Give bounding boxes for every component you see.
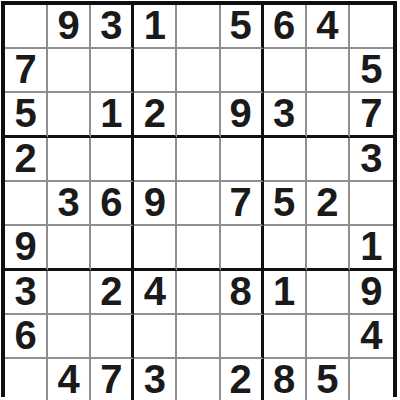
cell-r3c8-empty[interactable]	[307, 93, 350, 138]
cell-r1c6-given: 5	[221, 5, 264, 49]
cell-r8c8-empty[interactable]	[307, 315, 350, 359]
cell-r5c6-given: 7	[221, 182, 264, 226]
cell-r7c2-empty[interactable]	[48, 271, 91, 315]
cell-r3c9-given: 7	[350, 93, 393, 138]
cell-r6c6-empty[interactable]	[221, 226, 264, 271]
cell-r7c7-given: 1	[264, 271, 307, 315]
cell-r2c2-empty[interactable]	[48, 49, 91, 93]
cell-r9c9-empty[interactable]	[350, 359, 393, 400]
cell-r6c9-given: 1	[350, 226, 393, 271]
cell-r4c1-given: 2	[5, 138, 48, 182]
cell-r3c4-given: 2	[134, 93, 177, 138]
cell-r4c9-given: 3	[350, 138, 393, 182]
cell-r4c7-empty[interactable]	[264, 138, 307, 182]
cell-r3c6-given: 9	[221, 93, 264, 138]
cell-r8c6-empty[interactable]	[221, 315, 264, 359]
cell-r4c2-empty[interactable]	[48, 138, 91, 182]
cell-r1c5-empty[interactable]	[177, 5, 220, 49]
cell-r4c8-empty[interactable]	[307, 138, 350, 182]
cell-r7c8-empty[interactable]	[307, 271, 350, 315]
cell-r5c3-given: 6	[91, 182, 134, 226]
cell-r3c2-empty[interactable]	[48, 93, 91, 138]
cell-r2c7-empty[interactable]	[264, 49, 307, 93]
cell-r5c8-given: 2	[307, 182, 350, 226]
cell-r2c1-given: 7	[5, 49, 48, 93]
cell-r9c2-given: 4	[48, 359, 91, 400]
cell-r1c2-given: 9	[48, 5, 91, 49]
cell-r6c5-empty[interactable]	[177, 226, 220, 271]
cell-r1c8-given: 4	[307, 5, 350, 49]
cell-r6c8-empty[interactable]	[307, 226, 350, 271]
cell-r2c6-empty[interactable]	[221, 49, 264, 93]
cell-r3c7-given: 3	[264, 93, 307, 138]
cell-r2c3-empty[interactable]	[91, 49, 134, 93]
cell-r9c4-given: 3	[134, 359, 177, 400]
cell-r2c8-empty[interactable]	[307, 49, 350, 93]
cell-r9c3-given: 7	[91, 359, 134, 400]
cell-r1c7-given: 6	[264, 5, 307, 49]
cell-r5c5-empty[interactable]	[177, 182, 220, 226]
cell-r3c3-given: 1	[91, 93, 134, 138]
cell-r6c4-empty[interactable]	[134, 226, 177, 271]
cell-r8c3-empty[interactable]	[91, 315, 134, 359]
cell-r2c5-empty[interactable]	[177, 49, 220, 93]
cell-r9c8-given: 5	[307, 359, 350, 400]
cell-r9c7-given: 8	[264, 359, 307, 400]
cell-r4c5-empty[interactable]	[177, 138, 220, 182]
cell-r5c4-given: 9	[134, 182, 177, 226]
cell-r9c5-empty[interactable]	[177, 359, 220, 400]
cell-r1c1-empty[interactable]	[5, 5, 48, 49]
cell-r7c3-given: 2	[91, 271, 134, 315]
cell-r4c3-empty[interactable]	[91, 138, 134, 182]
cell-r8c9-given: 4	[350, 315, 393, 359]
cell-r8c1-given: 6	[5, 315, 48, 359]
cell-r7c6-given: 8	[221, 271, 264, 315]
cell-r1c4-given: 1	[134, 5, 177, 49]
cell-r7c9-given: 9	[350, 271, 393, 315]
cell-r8c7-empty[interactable]	[264, 315, 307, 359]
cell-r9c6-given: 2	[221, 359, 264, 400]
cell-r7c4-given: 4	[134, 271, 177, 315]
cell-r4c6-empty[interactable]	[221, 138, 264, 182]
sudoku-board: 93156475512937233697529132481964473285	[1, 1, 397, 397]
cell-r3c5-empty[interactable]	[177, 93, 220, 138]
cell-r7c1-given: 3	[5, 271, 48, 315]
sudoku-puzzle: 93156475512937233697529132481964473285	[0, 1, 400, 400]
cell-r8c2-empty[interactable]	[48, 315, 91, 359]
cell-r6c3-empty[interactable]	[91, 226, 134, 271]
cell-r6c1-given: 9	[5, 226, 48, 271]
cell-r8c5-empty[interactable]	[177, 315, 220, 359]
cell-r4c4-empty[interactable]	[134, 138, 177, 182]
cell-r5c9-empty[interactable]	[350, 182, 393, 226]
cell-r2c4-empty[interactable]	[134, 49, 177, 93]
cell-r8c4-empty[interactable]	[134, 315, 177, 359]
cell-r3c1-given: 5	[5, 93, 48, 138]
cell-r6c2-empty[interactable]	[48, 226, 91, 271]
cell-r1c9-empty[interactable]	[350, 5, 393, 49]
cell-r9c1-empty[interactable]	[5, 359, 48, 400]
cell-r7c5-empty[interactable]	[177, 271, 220, 315]
cell-r2c9-given: 5	[350, 49, 393, 93]
cell-r5c1-empty[interactable]	[5, 182, 48, 226]
cell-r1c3-given: 3	[91, 5, 134, 49]
cell-r5c2-given: 3	[48, 182, 91, 226]
cell-r5c7-given: 5	[264, 182, 307, 226]
cell-r6c7-empty[interactable]	[264, 226, 307, 271]
